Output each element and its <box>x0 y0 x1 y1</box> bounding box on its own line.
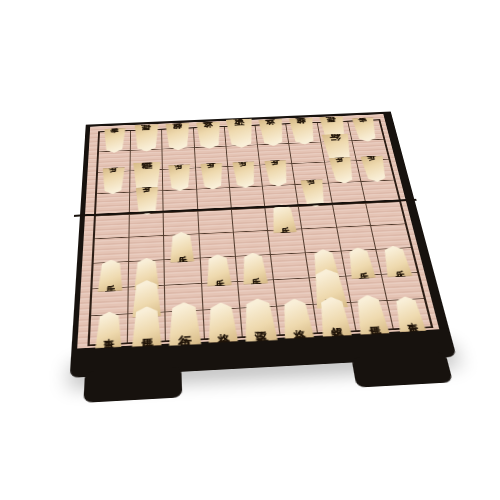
piece-kanji: 歩兵 <box>391 261 401 262</box>
square-r9c4: 金将 <box>203 309 242 339</box>
piece-pawn-sente[interactable]: 歩兵 <box>269 204 297 234</box>
square-r9c9: 香車 <box>387 299 430 328</box>
piece-gold-gote[interactable]: 金将 <box>196 122 223 150</box>
square-r5c9 <box>366 202 405 226</box>
square-r4c1 <box>96 192 130 216</box>
square-r4c2: 歩兵 <box>130 191 164 215</box>
piece-pawn-gote[interactable]: 歩兵 <box>232 162 258 189</box>
piece-pawn-gote[interactable]: 歩兵 <box>101 167 126 195</box>
square-r5c2 <box>130 213 165 238</box>
square-r3c6: 歩兵 <box>260 164 295 186</box>
square-r5c5 <box>232 208 268 233</box>
square-r9c5: 玉将 <box>240 307 280 337</box>
piece-kanji: 歩兵 <box>105 275 116 276</box>
piece-lance-sente[interactable]: 香車 <box>94 311 122 349</box>
piece-gold-sente[interactable]: 金将 <box>206 302 239 343</box>
square-r9c6: 金将 <box>277 305 318 335</box>
square-r1c7: 銀将 <box>287 123 321 144</box>
piece-pawn-sente[interactable]: 歩兵 <box>240 252 269 285</box>
square-r1c2: 桂馬 <box>131 130 163 151</box>
product-photo: 香車桂馬銀将金将王将金将銀将桂馬香車角行歩兵飛車歩兵歩兵歩兵歩兵歩兵歩兵歩兵歩兵… <box>0 0 500 500</box>
piece-pawn-gote[interactable]: 歩兵 <box>200 163 225 190</box>
piece-kanji: 歩兵 <box>213 270 223 271</box>
piece-pawn-sente[interactable]: 歩兵 <box>380 245 413 277</box>
piece-pawn-gote[interactable]: 歩兵 <box>360 156 390 183</box>
square-r4c9 <box>361 180 399 203</box>
square-r4c4 <box>197 188 232 212</box>
piece-silver-sente[interactable]: 銀将 <box>316 296 353 337</box>
square-r1c3: 銀将 <box>162 128 194 149</box>
piece-kanji: 桂馬 <box>365 314 377 315</box>
square-r3c1: 歩兵 <box>97 171 131 194</box>
piece-kanji: 角行 <box>178 323 191 324</box>
piece-pawn-sente[interactable]: 歩兵 <box>205 254 233 287</box>
piece-pawn-sente[interactable]: 歩兵 <box>345 247 377 279</box>
piece-kanji: 歩兵 <box>141 273 152 274</box>
piece-knight-gote[interactable]: 桂馬 <box>133 124 159 152</box>
piece-kanji: 香車 <box>103 329 114 330</box>
piece-kanji: 銀将 <box>328 316 340 317</box>
square-r7c4: 歩兵 <box>200 257 238 284</box>
square-r1c5: 王将 <box>225 126 258 147</box>
square-r6c3: 歩兵 <box>164 234 200 260</box>
square-r7c9: 歩兵 <box>376 248 417 275</box>
piece-kanji: 金将 <box>291 318 303 319</box>
square-r7c8: 歩兵 <box>341 250 381 277</box>
piece-pawn-gote[interactable]: 歩兵 <box>134 187 158 216</box>
piece-kanji: 玉将 <box>253 319 266 320</box>
square-r3c3: 歩兵 <box>163 168 197 191</box>
square-r6c7 <box>303 228 342 254</box>
square-r9c1: 香車 <box>90 314 129 344</box>
board-foot-right <box>351 352 453 388</box>
piece-kanji: 桂馬 <box>141 326 153 327</box>
square-r4c3 <box>164 189 198 213</box>
square-r4c8 <box>329 182 366 205</box>
square-r6c9 <box>371 225 411 250</box>
square-r6c8 <box>337 226 376 252</box>
piece-pawn-gote[interactable]: 歩兵 <box>299 179 327 207</box>
piece-kanji: 香車 <box>403 313 414 314</box>
square-r2c7 <box>289 142 324 163</box>
piece-kanji: 飛車 <box>141 178 153 179</box>
piece-kanji: 歩兵 <box>355 263 365 264</box>
square-r1c1: 香車 <box>99 131 131 152</box>
square-r4c5 <box>230 186 266 210</box>
square-r3c8: 歩兵 <box>325 161 362 183</box>
square-r5c4 <box>198 210 234 235</box>
square-r3c5: 歩兵 <box>228 165 263 188</box>
piece-lance-gote[interactable]: 香車 <box>103 128 126 153</box>
square-r1c6: 金将 <box>256 124 290 145</box>
square-r9c3: 角行 <box>166 310 205 340</box>
piece-pawn-sente[interactable]: 歩兵 <box>97 259 124 292</box>
board-foot-left <box>83 366 182 402</box>
piece-gold-gote[interactable]: 金将 <box>257 119 286 147</box>
square-r3c9: 歩兵 <box>357 159 394 181</box>
square-r7c6 <box>271 253 310 280</box>
piece-kanji: 歩兵 <box>320 264 330 265</box>
square-r1c4: 金将 <box>194 127 227 148</box>
square-r4c7: 歩兵 <box>296 183 333 206</box>
piece-knight-sente[interactable]: 桂馬 <box>352 294 390 335</box>
piece-kanji: 銀将 <box>141 298 153 299</box>
piece-lance-gote[interactable]: 香車 <box>351 117 380 142</box>
piece-kanji: 飛車 <box>323 288 336 289</box>
shogi-board: 香車桂馬銀将金将王将金将銀将桂馬香車角行歩兵飛車歩兵歩兵歩兵歩兵歩兵歩兵歩兵歩兵… <box>71 112 453 363</box>
piece-kanji: 金将 <box>216 322 228 323</box>
piece-pawn-sente[interactable]: 歩兵 <box>169 231 195 262</box>
piece-silver-gote[interactable]: 銀将 <box>288 118 318 146</box>
square-r9c8: 桂馬 <box>351 301 394 330</box>
piece-pawn-gote[interactable]: 歩兵 <box>328 157 356 184</box>
shogi-grid: 香車桂馬銀将金将王将金将銀将桂馬香車角行歩兵飛車歩兵歩兵歩兵歩兵歩兵歩兵歩兵歩兵… <box>87 119 433 346</box>
square-r3c4: 歩兵 <box>196 167 230 190</box>
square-r5c7 <box>299 205 337 229</box>
piece-pawn-gote[interactable]: 歩兵 <box>264 160 291 187</box>
piece-pawn-gote[interactable]: 歩兵 <box>167 164 191 191</box>
square-r5c1 <box>95 215 130 240</box>
square-r7c5: 歩兵 <box>236 255 274 282</box>
piece-lance-sente[interactable]: 香車 <box>391 295 427 332</box>
square-r7c1: 歩兵 <box>92 262 129 289</box>
square-r5c6: 歩兵 <box>265 207 302 232</box>
piece-king-gote[interactable]: 王将 <box>225 119 256 149</box>
square-r5c8 <box>333 203 371 227</box>
square-r1c9: 香車 <box>348 120 383 140</box>
piece-gold-sente[interactable]: 金将 <box>279 298 315 339</box>
piece-silver-gote[interactable]: 銀将 <box>165 123 192 151</box>
piece-kanji: 歩兵 <box>249 268 259 269</box>
